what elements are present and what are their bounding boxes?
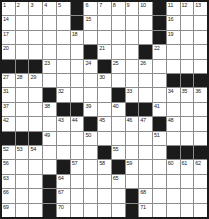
cell-r13c8[interactable] bbox=[98, 175, 111, 188]
cell-r3c9[interactable] bbox=[112, 31, 125, 44]
cell-r2c5[interactable] bbox=[57, 16, 70, 29]
block-cell-r6c13 bbox=[167, 74, 180, 87]
cell-r14c5[interactable]: 67 bbox=[57, 189, 70, 202]
cell-r4c6[interactable] bbox=[71, 45, 84, 58]
cell-r12c12[interactable] bbox=[153, 160, 166, 173]
cell-r5c10[interactable] bbox=[126, 60, 139, 73]
cell-r13c12[interactable] bbox=[153, 175, 166, 188]
cell-r13c2[interactable] bbox=[16, 175, 29, 188]
block-cell-r12c9 bbox=[112, 160, 125, 173]
cell-r5c6[interactable] bbox=[71, 60, 84, 73]
cell-r4c2[interactable] bbox=[16, 45, 29, 58]
clue-number-67: 67 bbox=[58, 189, 64, 195]
cell-r13c15[interactable] bbox=[194, 175, 207, 188]
clue-number-42: 42 bbox=[3, 117, 9, 123]
cell-r10c15[interactable] bbox=[194, 132, 207, 145]
clue-number-14: 14 bbox=[3, 16, 9, 22]
cell-r3c6[interactable]: 18 bbox=[71, 31, 84, 44]
cell-r1c8[interactable]: 7 bbox=[98, 2, 111, 15]
block-cell-r6c14 bbox=[181, 74, 194, 87]
clue-number-36: 36 bbox=[195, 88, 201, 94]
cell-r6c5[interactable] bbox=[57, 74, 70, 87]
cell-r12c7[interactable] bbox=[84, 160, 97, 173]
clue-number-62: 62 bbox=[195, 160, 201, 166]
cell-r14c8[interactable] bbox=[98, 189, 111, 202]
cell-r5c11[interactable]: 26 bbox=[139, 60, 152, 73]
block-cell-r2c12 bbox=[153, 16, 166, 29]
cell-r4c8[interactable]: 21 bbox=[98, 45, 111, 58]
cell-r9c3[interactable] bbox=[29, 117, 42, 130]
cell-r8c3[interactable] bbox=[29, 103, 42, 116]
cell-r6c10[interactable] bbox=[126, 74, 139, 87]
cell-r6c8[interactable]: 30 bbox=[98, 74, 111, 87]
block-cell-r6c15 bbox=[194, 74, 207, 87]
block-cell-r14c4 bbox=[43, 189, 56, 202]
block-cell-r4c11 bbox=[139, 45, 152, 58]
cell-r14c3[interactable] bbox=[29, 189, 42, 202]
clue-number-49: 49 bbox=[44, 132, 50, 138]
cell-r10c6[interactable] bbox=[71, 132, 84, 145]
cell-r14c12[interactable] bbox=[153, 189, 166, 202]
block-cell-r15c10 bbox=[126, 204, 139, 217]
clue-number-71: 71 bbox=[140, 204, 146, 210]
block-cell-r2c6 bbox=[71, 16, 84, 29]
cell-r9c15[interactable] bbox=[194, 117, 207, 130]
clue-number-4: 4 bbox=[44, 2, 47, 8]
cell-r9c8[interactable]: 45 bbox=[98, 117, 111, 130]
clue-number-43: 43 bbox=[58, 117, 64, 123]
cell-r11c4[interactable] bbox=[43, 146, 56, 159]
cell-r2c10[interactable] bbox=[126, 16, 139, 29]
cell-r7c1[interactable]: 31 bbox=[2, 88, 15, 101]
cell-r11c10[interactable] bbox=[126, 146, 139, 159]
block-cell-r13c4 bbox=[43, 175, 56, 188]
cell-r15c8[interactable] bbox=[98, 204, 111, 217]
cell-r1c9[interactable]: 8 bbox=[112, 2, 125, 15]
cell-r6c3[interactable]: 29 bbox=[29, 74, 42, 87]
block-cell-r10c2 bbox=[16, 132, 29, 145]
block-cell-r11c8 bbox=[98, 146, 111, 159]
clue-number-46: 46 bbox=[127, 117, 133, 123]
cell-r4c1[interactable]: 20 bbox=[2, 45, 15, 58]
clue-number-11: 11 bbox=[168, 2, 173, 8]
cell-r4c14[interactable] bbox=[181, 45, 194, 58]
clue-number-70: 70 bbox=[58, 204, 64, 210]
clue-number-39: 39 bbox=[85, 103, 91, 109]
cell-r9c5[interactable]: 43 bbox=[57, 117, 70, 130]
cell-r14c7[interactable] bbox=[84, 189, 97, 202]
clue-number-47: 47 bbox=[140, 117, 146, 123]
block-cell-r10c3 bbox=[29, 132, 42, 145]
clue-number-24: 24 bbox=[85, 60, 91, 66]
cell-r8c14[interactable] bbox=[181, 103, 194, 116]
clue-number-60: 60 bbox=[168, 160, 174, 166]
block-cell-r8c5 bbox=[57, 103, 70, 116]
block-cell-r8c6 bbox=[71, 103, 84, 116]
cell-r9c13[interactable]: 48 bbox=[167, 117, 180, 130]
crossword-board: 1234567891011121314151617181920212223242… bbox=[0, 0, 209, 219]
cell-r10c4[interactable]: 49 bbox=[43, 132, 56, 145]
cell-r11c6[interactable] bbox=[71, 146, 84, 159]
cell-r7c8[interactable] bbox=[98, 88, 111, 101]
cell-r12c14[interactable]: 61 bbox=[181, 160, 194, 173]
clue-number-12: 12 bbox=[182, 2, 188, 8]
cell-r5c15[interactable] bbox=[194, 60, 207, 73]
clue-number-52: 52 bbox=[3, 146, 9, 152]
cell-r7c11[interactable] bbox=[139, 88, 152, 101]
cell-r3c11[interactable] bbox=[139, 31, 152, 44]
cell-r5c5[interactable] bbox=[57, 60, 70, 73]
clue-number-38: 38 bbox=[44, 103, 50, 109]
cell-r3c1[interactable]: 17 bbox=[2, 31, 15, 44]
cell-r4c4[interactable] bbox=[43, 45, 56, 58]
clue-number-18: 18 bbox=[72, 31, 78, 37]
cell-r2c4[interactable] bbox=[43, 16, 56, 29]
block-cell-r5c8 bbox=[98, 60, 111, 73]
clue-number-32: 32 bbox=[58, 88, 64, 94]
cell-r9c6[interactable]: 44 bbox=[71, 117, 84, 130]
cell-r3c10[interactable] bbox=[126, 31, 139, 44]
block-cell-r14c10 bbox=[126, 189, 139, 202]
cell-r7c10[interactable]: 33 bbox=[126, 88, 139, 101]
cell-r1c10[interactable]: 9 bbox=[126, 2, 139, 15]
cell-r11c2[interactable]: 53 bbox=[16, 146, 29, 159]
cell-r6c9[interactable] bbox=[112, 74, 125, 87]
cell-r2c11[interactable] bbox=[139, 16, 152, 29]
clue-number-17: 17 bbox=[3, 31, 9, 37]
clue-number-63: 63 bbox=[3, 175, 9, 181]
cell-r4c15[interactable] bbox=[194, 45, 207, 58]
cell-r9c11[interactable]: 47 bbox=[139, 117, 152, 130]
clue-number-30: 30 bbox=[99, 74, 105, 80]
cell-r7c14[interactable]: 35 bbox=[181, 88, 194, 101]
clue-number-68: 68 bbox=[140, 189, 146, 195]
cell-r14c13[interactable] bbox=[167, 189, 180, 202]
clue-number-13: 13 bbox=[195, 2, 201, 8]
clue-number-6: 6 bbox=[85, 2, 88, 8]
cell-r8c8[interactable] bbox=[98, 103, 111, 116]
cell-r14c1[interactable]: 66 bbox=[2, 189, 15, 202]
cell-r3c7[interactable] bbox=[84, 31, 97, 44]
cell-r12c8[interactable]: 58 bbox=[98, 160, 111, 173]
clue-number-41: 41 bbox=[154, 103, 160, 109]
cell-r12c11[interactable] bbox=[139, 160, 152, 173]
cell-r12c1[interactable]: 56 bbox=[2, 160, 15, 173]
clue-number-66: 66 bbox=[3, 189, 9, 195]
cell-r2c9[interactable] bbox=[112, 16, 125, 29]
cell-r1c14[interactable]: 12 bbox=[181, 2, 194, 15]
block-cell-r8c11 bbox=[139, 103, 152, 116]
cell-r9c1[interactable]: 42 bbox=[2, 117, 15, 130]
cell-r3c5[interactable] bbox=[57, 31, 70, 44]
cell-r8c9[interactable]: 40 bbox=[112, 103, 125, 116]
block-cell-r10c1 bbox=[2, 132, 15, 145]
cell-r1c5[interactable]: 5 bbox=[57, 2, 70, 15]
block-cell-r7c4 bbox=[43, 88, 56, 101]
clue-number-69: 69 bbox=[3, 204, 9, 210]
clue-number-35: 35 bbox=[182, 88, 188, 94]
cell-r2c8[interactable] bbox=[98, 16, 111, 29]
crossword-grid: 1234567891011121314151617181920212223242… bbox=[0, 0, 209, 219]
clue-number-48: 48 bbox=[168, 117, 174, 123]
block-cell-r11c13 bbox=[167, 146, 180, 159]
block-cell-r5c3 bbox=[29, 60, 42, 73]
cell-r10c7[interactable]: 50 bbox=[84, 132, 97, 145]
cell-r2c7[interactable]: 15 bbox=[84, 16, 97, 29]
cell-r13c1[interactable]: 63 bbox=[2, 175, 15, 188]
cell-r14c11[interactable]: 68 bbox=[139, 189, 152, 202]
clue-number-3: 3 bbox=[30, 2, 33, 8]
cell-r1c3[interactable]: 3 bbox=[29, 2, 42, 15]
cell-r3c4[interactable] bbox=[43, 31, 56, 44]
cell-r1c13[interactable]: 11 bbox=[167, 2, 180, 15]
cell-r8c12[interactable]: 41 bbox=[153, 103, 166, 116]
clue-number-56: 56 bbox=[3, 160, 9, 166]
cell-r11c9[interactable]: 55 bbox=[112, 146, 125, 159]
clue-number-15: 15 bbox=[85, 16, 91, 22]
cell-r1c11[interactable]: 10 bbox=[139, 2, 152, 15]
cell-r7c12[interactable] bbox=[153, 88, 166, 101]
clue-number-45: 45 bbox=[99, 117, 105, 123]
cell-r15c5[interactable]: 70 bbox=[57, 204, 70, 217]
cell-r7c7[interactable] bbox=[84, 88, 97, 101]
cell-r9c2[interactable] bbox=[16, 117, 29, 130]
cell-r15c3[interactable] bbox=[29, 204, 42, 217]
clue-number-27: 27 bbox=[3, 74, 9, 80]
cell-r14c6[interactable] bbox=[71, 189, 84, 202]
cell-r10c13[interactable] bbox=[167, 132, 180, 145]
clue-number-33: 33 bbox=[127, 88, 133, 94]
clue-number-21: 21 bbox=[99, 45, 105, 51]
block-cell-r3c12 bbox=[153, 31, 166, 44]
clue-number-51: 51 bbox=[154, 132, 160, 138]
clue-number-59: 59 bbox=[127, 160, 133, 166]
cell-r9c10[interactable]: 46 bbox=[126, 117, 139, 130]
cell-r11c12[interactable] bbox=[153, 146, 166, 159]
cell-r13c3[interactable] bbox=[29, 175, 42, 188]
cell-r5c7[interactable]: 24 bbox=[84, 60, 97, 73]
cell-r3c2[interactable] bbox=[16, 31, 29, 44]
cell-r4c9[interactable] bbox=[112, 45, 125, 58]
cell-r6c6[interactable] bbox=[71, 74, 84, 87]
cell-r13c6[interactable] bbox=[71, 175, 84, 188]
clue-number-34: 34 bbox=[168, 88, 174, 94]
cell-r13c11[interactable] bbox=[139, 175, 152, 188]
cell-r1c7[interactable]: 6 bbox=[84, 2, 97, 15]
clue-number-19: 19 bbox=[168, 31, 174, 37]
cell-r12c6[interactable]: 57 bbox=[71, 160, 84, 173]
cell-r9c4[interactable] bbox=[43, 117, 56, 130]
clue-number-53: 53 bbox=[17, 146, 23, 152]
cell-r15c13[interactable] bbox=[167, 204, 180, 217]
clue-number-55: 55 bbox=[113, 146, 119, 152]
clue-number-9: 9 bbox=[127, 2, 130, 8]
clue-number-22: 22 bbox=[154, 45, 160, 51]
cell-r7c13[interactable]: 34 bbox=[167, 88, 180, 101]
cell-r10c12[interactable]: 51 bbox=[153, 132, 166, 145]
cell-r15c9[interactable] bbox=[112, 204, 125, 217]
cell-r15c2[interactable] bbox=[16, 204, 29, 217]
cell-r8c13[interactable] bbox=[167, 103, 180, 116]
cell-r1c2[interactable]: 2 bbox=[16, 2, 29, 15]
cell-r15c12[interactable] bbox=[153, 204, 166, 217]
cell-r10c14[interactable] bbox=[181, 132, 194, 145]
clue-number-8: 8 bbox=[113, 2, 116, 8]
cell-r15c15[interactable] bbox=[194, 204, 207, 217]
clue-number-37: 37 bbox=[3, 103, 9, 109]
clue-number-61: 61 bbox=[182, 160, 188, 166]
block-cell-r4c7 bbox=[84, 45, 97, 58]
clue-number-31: 31 bbox=[3, 88, 9, 94]
cell-r13c7[interactable] bbox=[84, 175, 97, 188]
cell-r2c2[interactable] bbox=[16, 16, 29, 29]
cell-r14c9[interactable] bbox=[112, 189, 125, 202]
clue-number-2: 2 bbox=[17, 2, 20, 8]
clue-number-16: 16 bbox=[168, 16, 174, 22]
block-cell-r11c15 bbox=[194, 146, 207, 159]
cell-r1c1[interactable]: 1 bbox=[2, 2, 15, 15]
cell-r1c4[interactable]: 4 bbox=[43, 2, 56, 15]
clue-number-26: 26 bbox=[140, 60, 146, 66]
clue-number-44: 44 bbox=[72, 117, 78, 123]
cell-r10c5[interactable] bbox=[57, 132, 70, 145]
cell-r13c5[interactable]: 64 bbox=[57, 175, 70, 188]
cell-r7c15[interactable]: 36 bbox=[194, 88, 207, 101]
cell-r9c9[interactable] bbox=[112, 117, 125, 130]
cell-r11c1[interactable]: 52 bbox=[2, 146, 15, 159]
block-cell-r9c7 bbox=[84, 117, 97, 130]
cell-r7c3[interactable] bbox=[29, 88, 42, 101]
cell-r13c14[interactable] bbox=[181, 175, 194, 188]
cell-r3c3[interactable] bbox=[29, 31, 42, 44]
cell-r6c1[interactable]: 27 bbox=[2, 74, 15, 87]
clue-number-54: 54 bbox=[30, 146, 36, 152]
cell-r15c1[interactable]: 69 bbox=[2, 204, 15, 217]
cell-r6c11[interactable] bbox=[139, 74, 152, 87]
block-cell-r1c12 bbox=[153, 2, 166, 15]
cell-r14c14[interactable] bbox=[181, 189, 194, 202]
block-cell-r5c1 bbox=[2, 60, 15, 73]
cell-r11c3[interactable]: 54 bbox=[29, 146, 42, 159]
cell-r5c13[interactable] bbox=[167, 60, 180, 73]
cell-r4c10[interactable] bbox=[126, 45, 139, 58]
block-cell-r7c9 bbox=[112, 88, 125, 101]
cell-r2c14[interactable] bbox=[181, 16, 194, 29]
block-cell-r1c6 bbox=[71, 2, 84, 15]
cell-r7c2[interactable] bbox=[16, 88, 29, 101]
cell-r2c3[interactable] bbox=[29, 16, 42, 29]
cell-r9c14[interactable] bbox=[181, 117, 194, 130]
cell-r5c12[interactable] bbox=[153, 60, 166, 73]
clue-number-40: 40 bbox=[113, 103, 119, 109]
cell-r14c15[interactable] bbox=[194, 189, 207, 202]
cell-r15c7[interactable] bbox=[84, 204, 97, 217]
cell-r14c2[interactable] bbox=[16, 189, 29, 202]
cell-r12c13[interactable]: 60 bbox=[167, 160, 180, 173]
clue-number-20: 20 bbox=[3, 45, 9, 51]
clue-number-5: 5 bbox=[58, 2, 61, 8]
cell-r2c13[interactable]: 16 bbox=[167, 16, 180, 29]
block-cell-r5c2 bbox=[16, 60, 29, 73]
clue-number-29: 29 bbox=[30, 74, 36, 80]
cell-r6c12[interactable] bbox=[153, 74, 166, 87]
cell-r3c13[interactable]: 19 bbox=[167, 31, 180, 44]
cell-r7c6[interactable] bbox=[71, 88, 84, 101]
cell-r10c8[interactable] bbox=[98, 132, 111, 145]
cell-r12c3[interactable] bbox=[29, 160, 42, 173]
block-cell-r15c4 bbox=[43, 204, 56, 217]
cell-r8c15[interactable] bbox=[194, 103, 207, 116]
block-cell-r8c10 bbox=[126, 103, 139, 116]
cell-r3c8[interactable] bbox=[98, 31, 111, 44]
cell-r10c9[interactable] bbox=[112, 132, 125, 145]
cell-r8c7[interactable]: 39 bbox=[84, 103, 97, 116]
cell-r3c15[interactable] bbox=[194, 31, 207, 44]
cell-r12c10[interactable]: 59 bbox=[126, 160, 139, 173]
cell-r2c15[interactable] bbox=[194, 16, 207, 29]
cell-r4c3[interactable] bbox=[29, 45, 42, 58]
block-cell-r11c14 bbox=[181, 146, 194, 159]
cell-r6c2[interactable]: 28 bbox=[16, 74, 29, 87]
clue-number-23: 23 bbox=[44, 60, 50, 66]
cell-r4c13[interactable] bbox=[167, 45, 180, 58]
cell-r5c4[interactable]: 23 bbox=[43, 60, 56, 73]
cell-r8c1[interactable]: 37 bbox=[2, 103, 15, 116]
cell-r4c12[interactable]: 22 bbox=[153, 45, 166, 58]
clue-number-1: 1 bbox=[3, 2, 6, 8]
cell-r15c6[interactable] bbox=[71, 204, 84, 217]
block-cell-r9c12 bbox=[153, 117, 166, 130]
cell-r13c9[interactable]: 65 bbox=[112, 175, 125, 188]
cell-r15c14[interactable] bbox=[181, 204, 194, 217]
cell-r12c15[interactable]: 62 bbox=[194, 160, 207, 173]
clue-number-7: 7 bbox=[99, 2, 102, 8]
cell-r7c5[interactable]: 32 bbox=[57, 88, 70, 101]
cell-r2c1[interactable]: 14 bbox=[2, 16, 15, 29]
clue-number-28: 28 bbox=[17, 74, 23, 80]
cell-r8c2[interactable] bbox=[16, 103, 29, 116]
clue-number-64: 64 bbox=[58, 175, 64, 181]
cell-r15c11[interactable]: 71 bbox=[139, 204, 152, 217]
cell-r10c11[interactable] bbox=[139, 132, 152, 145]
cell-r6c7[interactable] bbox=[84, 74, 97, 87]
clue-number-65: 65 bbox=[113, 175, 119, 181]
clue-number-10: 10 bbox=[140, 2, 146, 8]
cell-r12c2[interactable] bbox=[16, 160, 29, 173]
cell-r3c14[interactable] bbox=[181, 31, 194, 44]
cell-r11c11[interactable] bbox=[139, 146, 152, 159]
cell-r1c15[interactable]: 13 bbox=[194, 2, 207, 15]
cell-r6c4[interactable] bbox=[43, 74, 56, 87]
cell-r4c5[interactable] bbox=[57, 45, 70, 58]
cell-r5c14[interactable] bbox=[181, 60, 194, 73]
clue-number-25: 25 bbox=[113, 60, 119, 66]
cell-r11c7[interactable] bbox=[84, 146, 97, 159]
clue-number-57: 57 bbox=[72, 160, 78, 166]
cell-r5c9[interactable]: 25 bbox=[112, 60, 125, 73]
block-cell-r12c5 bbox=[57, 160, 70, 173]
cell-r13c13[interactable] bbox=[167, 175, 180, 188]
cell-r13c10[interactable] bbox=[126, 175, 139, 188]
clue-number-50: 50 bbox=[85, 132, 91, 138]
clue-number-58: 58 bbox=[99, 160, 105, 166]
cell-r11c5[interactable] bbox=[57, 146, 70, 159]
cell-r10c10[interactable] bbox=[126, 132, 139, 145]
cell-r8c4[interactable]: 38 bbox=[43, 103, 56, 116]
cell-r12c4[interactable] bbox=[43, 160, 56, 173]
